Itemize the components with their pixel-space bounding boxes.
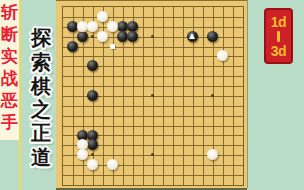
grid-cell[interactable] [163, 17, 173, 27]
grid-cell[interactable] [173, 145, 183, 155]
rank-badge-bottom: 3d [271, 44, 286, 58]
grid-cell[interactable] [183, 165, 193, 175]
grid-cell[interactable] [63, 135, 73, 145]
grid-cell[interactable] [193, 165, 203, 175]
grid-cell[interactable] [133, 135, 143, 145]
caption-char: 之 [31, 98, 51, 122]
grid-cell[interactable] [73, 76, 83, 86]
star-point [211, 94, 214, 97]
grid-cell[interactable] [63, 126, 73, 136]
caption-char: 索 [31, 51, 51, 75]
grid-cell[interactable] [83, 76, 93, 86]
caption-char: 探 [31, 27, 51, 51]
grid-cell[interactable] [103, 106, 113, 116]
grid-cell[interactable] [193, 175, 203, 185]
grid-cell[interactable] [103, 76, 113, 86]
grid-cell[interactable] [133, 165, 143, 175]
grid-cell[interactable] [173, 106, 183, 116]
grid-cell[interactable] [103, 145, 113, 155]
video-thumbnail: 斩断实战恶手 探索棋之正道 1d 3d [0, 0, 304, 190]
white-stone [107, 21, 118, 32]
left-banner-text: 斩断实战恶手 [0, 2, 19, 134]
grid-cell[interactable] [173, 37, 183, 47]
grid-cell[interactable] [93, 106, 103, 116]
grid-cell[interactable] [163, 155, 173, 165]
grid-cell[interactable] [133, 175, 143, 185]
grid-cell[interactable] [113, 126, 123, 136]
grid-cell[interactable] [103, 126, 113, 136]
caption-char: 断 [1, 24, 18, 46]
grid-cell[interactable] [183, 96, 193, 106]
grid-cell[interactable] [223, 145, 233, 155]
grid-cell[interactable] [83, 175, 93, 185]
grid-cell[interactable] [183, 135, 193, 145]
grid-cell[interactable] [73, 175, 83, 185]
grid-cell[interactable] [123, 175, 133, 185]
white-stone [217, 50, 228, 61]
grid-cell[interactable] [103, 116, 113, 126]
grid-cell[interactable] [163, 7, 173, 17]
grid-cell[interactable] [133, 56, 143, 66]
grid-cell[interactable] [163, 106, 173, 116]
grid-cell[interactable] [93, 116, 103, 126]
grid-cell[interactable] [133, 86, 143, 96]
grid-cell[interactable] [63, 155, 73, 165]
grid-cell[interactable] [173, 17, 183, 27]
grid-cell[interactable] [163, 86, 173, 96]
grid-cell[interactable] [113, 56, 123, 66]
grid-cell[interactable] [173, 27, 183, 37]
grid-cell[interactable] [233, 17, 243, 27]
grid-cell[interactable] [63, 165, 73, 175]
grid-cell[interactable] [193, 7, 203, 17]
grid-cell[interactable] [233, 37, 243, 47]
grid-cell[interactable] [153, 145, 163, 155]
caption-char: 棋 [31, 75, 51, 99]
grid-cell[interactable] [63, 86, 73, 96]
grid-cell[interactable] [173, 96, 183, 106]
grid-cell[interactable] [143, 96, 153, 106]
grid-cell[interactable] [193, 56, 203, 66]
grid-cell[interactable] [163, 56, 173, 66]
grid-cell[interactable] [203, 76, 213, 86]
grid-cell[interactable] [153, 116, 163, 126]
grid-cell[interactable] [153, 155, 163, 165]
grid-cell[interactable] [73, 7, 83, 17]
grid-cell[interactable] [233, 165, 243, 175]
grid-cell[interactable] [153, 17, 163, 27]
black-stone [67, 21, 78, 32]
grid-cell[interactable] [123, 56, 133, 66]
grid-cell[interactable] [133, 145, 143, 155]
grid-cell[interactable] [143, 17, 153, 27]
white-stone [87, 159, 98, 170]
grid-cell[interactable] [143, 56, 153, 66]
grid-cell[interactable] [133, 106, 143, 116]
grid-cell[interactable] [203, 56, 213, 66]
grid-cell[interactable] [173, 76, 183, 86]
star-point [151, 94, 154, 97]
grid-cell[interactable] [193, 96, 203, 106]
grid-cell[interactable] [223, 37, 233, 47]
grid-cell[interactable] [153, 165, 163, 175]
rank-badge-divider-bar [277, 31, 280, 42]
grid-cell[interactable] [153, 86, 163, 96]
grid-cell[interactable] [233, 86, 243, 96]
grid-cell[interactable] [163, 145, 173, 155]
grid-cell[interactable] [223, 135, 233, 145]
grid-cell[interactable] [183, 145, 193, 155]
grid-cell[interactable] [143, 116, 153, 126]
grid-cell[interactable] [123, 7, 133, 17]
grid-cell[interactable] [213, 116, 223, 126]
grid-cell[interactable] [173, 155, 183, 165]
grid-cell[interactable] [123, 76, 133, 86]
grid-cell[interactable] [193, 126, 203, 136]
grid-cell[interactable] [163, 37, 173, 47]
grid-cell[interactable] [173, 56, 183, 66]
grid-cell[interactable] [153, 175, 163, 185]
grid-cell[interactable] [123, 116, 133, 126]
rank-badge: 1d 3d [264, 8, 293, 64]
grid-cell[interactable] [93, 76, 103, 86]
grid-cell[interactable] [143, 175, 153, 185]
caption-char: 实 [1, 46, 18, 68]
grid-cell[interactable] [133, 7, 143, 17]
grid-cell[interactable] [223, 165, 233, 175]
grid-cell[interactable] [203, 66, 213, 76]
grid-cell[interactable] [123, 47, 133, 57]
grid-cell[interactable] [173, 7, 183, 17]
grid-cell[interactable] [173, 47, 183, 57]
grid-cell[interactable] [203, 116, 213, 126]
grid-cell[interactable] [163, 116, 173, 126]
white-stone [97, 31, 108, 42]
grid-cell[interactable] [203, 47, 213, 57]
grid-cell[interactable] [143, 7, 153, 17]
grid-cell[interactable] [213, 17, 223, 27]
black-stone [87, 60, 98, 71]
grid-cell[interactable] [223, 116, 233, 126]
last-move-triangle-marker [189, 33, 195, 39]
grid-cell[interactable] [133, 47, 143, 57]
black-stone [87, 139, 98, 150]
grid-cell[interactable] [223, 86, 233, 96]
grid-cell[interactable] [63, 76, 73, 86]
grid-cell[interactable] [133, 66, 143, 76]
grid-cell[interactable] [123, 155, 133, 165]
caption-char: 恶 [1, 90, 18, 112]
white-stone [87, 21, 98, 32]
caption-char: 战 [1, 68, 18, 90]
grid-cell[interactable] [163, 165, 173, 175]
grid-cell[interactable] [223, 96, 233, 106]
grid-cell[interactable] [213, 135, 223, 145]
black-stone [87, 90, 98, 101]
grid-cell[interactable] [233, 27, 243, 37]
grid-cell[interactable] [223, 17, 233, 27]
grid-cell[interactable] [173, 175, 183, 185]
grid-cell[interactable] [183, 126, 193, 136]
grid-cell[interactable] [233, 96, 243, 106]
grid-cell[interactable] [123, 135, 133, 145]
grid-cell[interactable] [63, 96, 73, 106]
grid-cell[interactable] [213, 175, 223, 185]
black-stone [77, 31, 88, 42]
grid-cell[interactable] [183, 17, 193, 27]
grid-cell[interactable] [233, 135, 243, 145]
grid-cell[interactable] [233, 106, 243, 116]
grid-cell[interactable] [223, 66, 233, 76]
grid-cell[interactable] [103, 135, 113, 145]
grid-cell[interactable] [233, 47, 243, 57]
grid-cell[interactable] [213, 96, 223, 106]
grid-cell[interactable] [113, 135, 123, 145]
white-stone [107, 159, 118, 170]
grid-cell[interactable] [183, 7, 193, 17]
grid-cell[interactable] [233, 56, 243, 66]
grid-cell[interactable] [153, 96, 163, 106]
grid-cell[interactable] [113, 76, 123, 86]
white-stone [77, 149, 88, 160]
grid-cell[interactable] [213, 126, 223, 136]
caption-char: 手 [1, 112, 18, 134]
grid-cell[interactable] [183, 66, 193, 76]
grid-cell[interactable] [143, 135, 153, 145]
grid-cell[interactable] [193, 17, 203, 27]
grid-cell[interactable] [153, 27, 163, 37]
grid-cell[interactable] [133, 116, 143, 126]
star-point [151, 153, 154, 156]
grid-cell[interactable] [143, 66, 153, 76]
grid-cell[interactable] [153, 76, 163, 86]
grid-cell[interactable] [143, 37, 153, 47]
grid-cell[interactable] [123, 165, 133, 175]
grid-cell[interactable] [73, 56, 83, 66]
grid-cell[interactable] [183, 155, 193, 165]
grid-cell[interactable] [103, 56, 113, 66]
grid-cell[interactable] [143, 47, 153, 57]
grid-cell[interactable] [73, 66, 83, 76]
grid-cell[interactable] [113, 86, 123, 96]
black-stone [127, 31, 138, 42]
grid-cell[interactable] [183, 47, 193, 57]
grid-cell[interactable] [153, 56, 163, 66]
grid-cell[interactable] [123, 106, 133, 116]
caption-char: 道 [31, 146, 51, 170]
grid-cell[interactable] [153, 37, 163, 47]
grid-cell[interactable] [113, 96, 123, 106]
grid-cell[interactable] [163, 135, 173, 145]
grid-cell[interactable] [153, 7, 163, 17]
grid-cell[interactable] [83, 106, 93, 116]
grid-cell[interactable] [203, 135, 213, 145]
grid-cell[interactable] [113, 66, 123, 76]
grid-cell[interactable] [193, 135, 203, 145]
grid-cell[interactable] [163, 47, 173, 57]
grid-cell[interactable] [63, 145, 73, 155]
grid-cell[interactable] [153, 126, 163, 136]
grid-cell[interactable] [213, 165, 223, 175]
key-point-square-marker [110, 44, 115, 49]
grid-cell[interactable] [223, 27, 233, 37]
white-stone [97, 11, 108, 22]
grid-cell[interactable] [193, 47, 203, 57]
grid-cell[interactable] [163, 175, 173, 185]
grid-cell[interactable] [113, 175, 123, 185]
grid-cell[interactable] [213, 7, 223, 17]
grid-cell[interactable] [173, 116, 183, 126]
grid-cell[interactable] [143, 106, 153, 116]
white-stone [207, 149, 218, 160]
grid-cell[interactable] [203, 126, 213, 136]
grid-cell[interactable] [183, 116, 193, 126]
grid-cell[interactable] [173, 66, 183, 76]
grid-cell[interactable] [173, 126, 183, 136]
grid-cell[interactable] [193, 145, 203, 155]
grid-cell[interactable] [213, 76, 223, 86]
grid-cell[interactable] [153, 106, 163, 116]
grid-cell[interactable] [73, 106, 83, 116]
grid-cell[interactable] [213, 106, 223, 116]
grid-cell[interactable] [133, 76, 143, 86]
grid-cell[interactable] [63, 175, 73, 185]
grid-cell[interactable] [193, 116, 203, 126]
grid-cell[interactable] [223, 126, 233, 136]
grid-cell[interactable] [143, 126, 153, 136]
grid-cell[interactable] [63, 7, 73, 17]
grid-cell[interactable] [163, 76, 173, 86]
grid-cell[interactable] [153, 135, 163, 145]
grid-cell[interactable] [193, 106, 203, 116]
grid-cell[interactable] [153, 66, 163, 76]
grid-cell[interactable] [63, 106, 73, 116]
grid-cell[interactable] [223, 106, 233, 116]
grid-cell[interactable] [103, 96, 113, 106]
grid-cell[interactable] [193, 155, 203, 165]
grid-cell[interactable] [183, 76, 193, 86]
grid-cell[interactable] [173, 86, 183, 96]
slogan-text: 探索棋之正道 [27, 27, 55, 170]
grid-cell[interactable] [133, 155, 143, 165]
grid-cell[interactable] [183, 175, 193, 185]
grid-cell[interactable] [153, 47, 163, 57]
grid-cell[interactable] [63, 56, 73, 66]
grid-cell[interactable] [113, 145, 123, 155]
grid-cell[interactable] [203, 7, 213, 17]
grid-cell[interactable] [123, 145, 133, 155]
grid-cell[interactable] [223, 155, 233, 165]
grid-cell[interactable] [63, 116, 73, 126]
grid-cell[interactable] [103, 175, 113, 185]
grid-cell[interactable] [233, 116, 243, 126]
grid-cell[interactable] [233, 126, 243, 136]
grid-cell[interactable] [193, 86, 203, 96]
grid-cell[interactable] [203, 106, 213, 116]
caption-char: 正 [31, 122, 51, 146]
star-point [151, 35, 154, 38]
grid-cell[interactable] [73, 116, 83, 126]
grid-cell[interactable] [83, 116, 93, 126]
grid-cell[interactable] [133, 96, 143, 106]
grid-cell[interactable] [113, 106, 123, 116]
grid-cell[interactable] [193, 76, 203, 86]
grid-cell[interactable] [173, 165, 183, 175]
grid-cell[interactable] [123, 126, 133, 136]
grid-cell[interactable] [143, 76, 153, 86]
grid-cell[interactable] [223, 175, 233, 185]
grid-cell[interactable] [123, 96, 133, 106]
grid-cell[interactable] [83, 7, 93, 17]
grid-cell[interactable] [73, 96, 83, 106]
grid-cell[interactable] [133, 126, 143, 136]
star-point [91, 153, 94, 156]
grid-cell[interactable] [63, 66, 73, 76]
grid-cell[interactable] [183, 86, 193, 96]
grid-cell[interactable] [203, 17, 213, 27]
grid-cell[interactable] [233, 66, 243, 76]
black-stone [117, 31, 128, 42]
grid-cell[interactable] [213, 66, 223, 76]
grid-cell[interactable] [93, 47, 103, 57]
grid-cell[interactable] [183, 56, 193, 66]
grid-cell[interactable] [233, 155, 243, 165]
grid-cell[interactable] [93, 175, 103, 185]
grid-cell[interactable] [83, 47, 93, 57]
caption-char: 斩 [1, 2, 18, 24]
grid-cell[interactable] [223, 76, 233, 86]
grid-cell[interactable] [143, 165, 153, 175]
rank-badge-top: 1d [271, 15, 286, 29]
grid-cell[interactable] [163, 66, 173, 76]
grid-cell[interactable] [113, 116, 123, 126]
grid-cell[interactable] [113, 7, 123, 17]
banner-accent-line [19, 0, 21, 190]
grid-cell[interactable] [233, 76, 243, 86]
grid-cell[interactable] [203, 165, 213, 175]
star-point [91, 35, 94, 38]
grid-cell[interactable] [123, 86, 133, 96]
grid-cell[interactable] [203, 96, 213, 106]
black-stone [67, 41, 78, 52]
grid-cell[interactable] [203, 175, 213, 185]
grid-cell[interactable] [103, 86, 113, 96]
grid-cell[interactable] [73, 165, 83, 175]
grid-cell[interactable] [173, 135, 183, 145]
grid-cell[interactable] [233, 7, 243, 17]
grid-cell[interactable] [183, 106, 193, 116]
grid-cell[interactable] [193, 66, 203, 76]
grid-cell[interactable] [213, 86, 223, 96]
grid-cell[interactable] [223, 7, 233, 17]
black-stone [207, 31, 218, 42]
grid-cell[interactable] [163, 126, 173, 136]
grid-cell[interactable] [233, 145, 243, 155]
white-stone [77, 21, 88, 32]
grid-cell[interactable] [163, 27, 173, 37]
grid-cell[interactable] [73, 86, 83, 96]
grid-cell[interactable] [123, 66, 133, 76]
grid-cell[interactable] [233, 175, 243, 185]
grid-cell[interactable] [103, 66, 113, 76]
grid-cell[interactable] [143, 155, 153, 165]
go-board [56, 0, 247, 188]
grid-cell[interactable] [163, 96, 173, 106]
